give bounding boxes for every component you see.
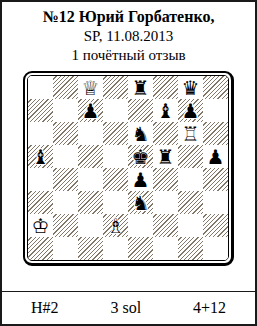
- square-b8: [53, 76, 78, 99]
- square-f4: [153, 168, 178, 191]
- square-f8: [153, 76, 178, 99]
- square-c4: [78, 168, 103, 191]
- square-g8: ♛: [178, 76, 203, 99]
- black-knight: ♞: [128, 122, 153, 145]
- square-h2: [203, 214, 228, 237]
- square-c1: [78, 237, 103, 260]
- caption-row: H#2 3 sol 4+12: [2, 291, 255, 324]
- square-b7: [53, 99, 78, 122]
- square-g7: ♟: [178, 99, 203, 122]
- square-f2: [153, 214, 178, 237]
- chess-board-frame: ♛♕♜♛♟♝♟♞♜♖♝♚♜♟♟♞♚♔♝♗: [23, 71, 234, 266]
- square-f6: [153, 122, 178, 145]
- square-a4: [28, 168, 53, 191]
- square-d1: [103, 237, 128, 260]
- square-c3: [78, 191, 103, 214]
- square-b1: [53, 237, 78, 260]
- black-bishop: ♝: [28, 145, 53, 168]
- square-f1: [153, 237, 178, 260]
- black-pawn: ♟: [78, 99, 103, 122]
- square-h4: [203, 168, 228, 191]
- black-bishop: ♝: [153, 99, 178, 122]
- black-rook: ♜: [153, 145, 178, 168]
- square-e3: ♞: [128, 191, 153, 214]
- square-d6: [103, 122, 128, 145]
- square-d5: [103, 145, 128, 168]
- black-queen: ♛: [178, 76, 203, 99]
- problem-title: №12 Юрий Горбатенко,: [2, 7, 255, 27]
- square-h7: [203, 99, 228, 122]
- square-b2: [53, 214, 78, 237]
- square-d2: ♝♗: [103, 214, 128, 237]
- square-h3: [203, 191, 228, 214]
- square-g3: [178, 191, 203, 214]
- square-a8: [28, 76, 53, 99]
- square-a1: [28, 237, 53, 260]
- square-c8: ♛♕: [78, 76, 103, 99]
- square-e8: ♜: [128, 76, 153, 99]
- black-rook: ♜: [128, 76, 153, 99]
- square-c7: ♟: [78, 99, 103, 122]
- square-a3: [28, 191, 53, 214]
- square-a5: ♝: [28, 145, 53, 168]
- white-queen: ♛♕: [78, 76, 103, 99]
- white-rook: ♜♖: [178, 122, 203, 145]
- stipulation-label: H#2: [31, 299, 59, 317]
- square-d4: [103, 168, 128, 191]
- square-a2: ♚♔: [28, 214, 53, 237]
- solutions-label: 3 sol: [110, 299, 141, 317]
- square-e4: ♟: [128, 168, 153, 191]
- square-g1: [178, 237, 203, 260]
- square-e2: [128, 214, 153, 237]
- square-b5: [53, 145, 78, 168]
- square-b6: [53, 122, 78, 145]
- award-text: 1 почётный отзыв: [2, 46, 255, 65]
- black-knight: ♞: [128, 191, 153, 214]
- square-h5: ♟: [203, 145, 228, 168]
- square-a6: [28, 122, 53, 145]
- square-c2: [78, 214, 103, 237]
- square-d3: [103, 191, 128, 214]
- square-d8: [103, 76, 128, 99]
- square-d7: [103, 99, 128, 122]
- square-f5: ♜: [153, 145, 178, 168]
- black-pawn: ♟: [128, 168, 153, 191]
- square-b3: [53, 191, 78, 214]
- square-f7: ♝: [153, 99, 178, 122]
- material-count-label: 4+12: [193, 299, 226, 317]
- black-king: ♚: [128, 145, 153, 168]
- square-c6: [78, 122, 103, 145]
- square-e5: ♚: [128, 145, 153, 168]
- source-date: SP, 11.08.2013: [2, 27, 255, 46]
- square-h1: [203, 237, 228, 260]
- white-king: ♚♔: [28, 214, 53, 237]
- square-e7: [128, 99, 153, 122]
- chess-board: ♛♕♜♛♟♝♟♞♜♖♝♚♜♟♟♞♚♔♝♗: [28, 76, 228, 260]
- square-f3: [153, 191, 178, 214]
- square-b4: [53, 168, 78, 191]
- problem-diagram: №12 Юрий Горбатенко, SP, 11.08.2013 1 по…: [0, 0, 257, 326]
- square-h6: [203, 122, 228, 145]
- square-g5: [178, 145, 203, 168]
- header: №12 Юрий Горбатенко, SP, 11.08.2013 1 по…: [2, 2, 255, 65]
- white-bishop: ♝♗: [103, 214, 128, 237]
- square-g2: [178, 214, 203, 237]
- square-g6: ♜♖: [178, 122, 203, 145]
- black-pawn: ♟: [203, 145, 228, 168]
- square-c5: [78, 145, 103, 168]
- square-g4: [178, 168, 203, 191]
- square-h8: [203, 76, 228, 99]
- square-e1: [128, 237, 153, 260]
- black-pawn: ♟: [178, 99, 203, 122]
- square-a7: [28, 99, 53, 122]
- square-e6: ♞: [128, 122, 153, 145]
